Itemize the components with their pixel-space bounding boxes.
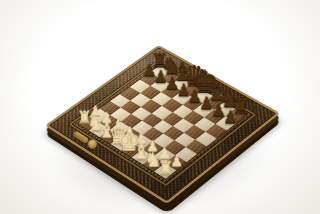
product-photo: ♜♞♝♛♚♝♞♜♟♟♟♟♟♟♟♟♟♟♟♟♟♟♟♟♜♞♝♛♚♝♞♜: [0, 0, 320, 214]
scene: ♜♞♝♛♚♝♞♜♟♟♟♟♟♟♟♟♟♟♟♟♟♟♟♟♜♞♝♛♚♝♞♜: [0, 0, 320, 214]
piece-black-pawn: ♟: [210, 108, 250, 125]
piece-white-rook: ♜: [144, 159, 186, 177]
chessboard: ♜♞♝♛♚♝♞♜♟♟♟♟♟♟♟♟♟♟♟♟♟♟♟♟♜♞♝♛♚♝♞♜: [45, 45, 281, 204]
